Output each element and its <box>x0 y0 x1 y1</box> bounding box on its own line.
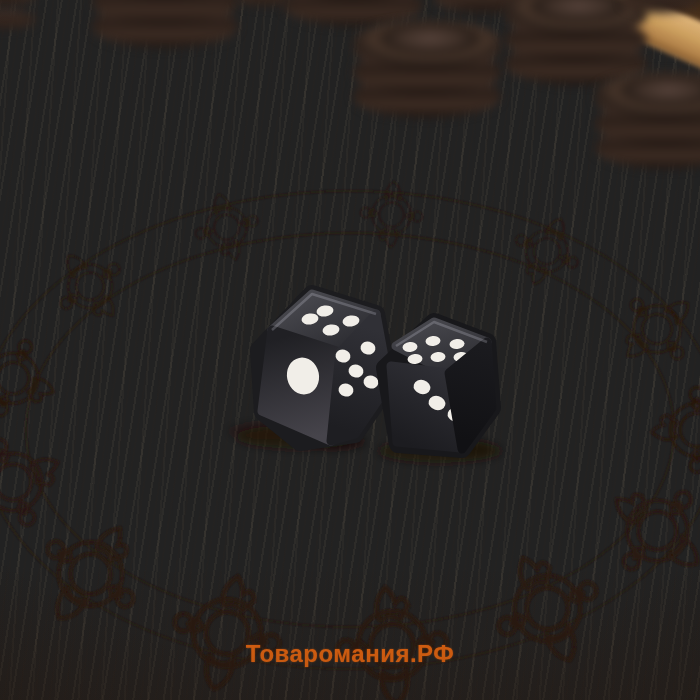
dice <box>0 0 700 700</box>
die-left <box>259 294 389 442</box>
die-right <box>385 322 492 449</box>
backgammon-board-photo: Товаромания.РФ <box>0 0 700 700</box>
watermark-text: Товаромания.РФ <box>246 640 454 668</box>
